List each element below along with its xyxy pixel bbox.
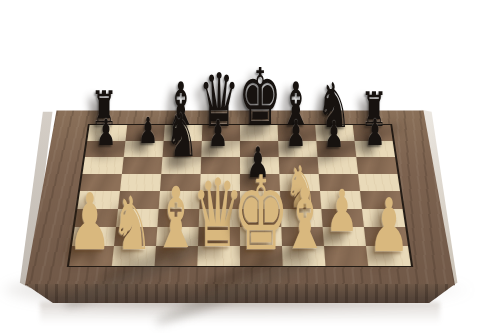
black-pawn-h7[interactable]: ♟	[365, 115, 385, 151]
white-king-e1[interactable]: ♚	[233, 163, 290, 265]
white-pawn-g2[interactable]: ♟	[326, 182, 358, 240]
white-pawn-a1[interactable]: ♟	[68, 183, 111, 261]
table-reflection	[40, 302, 440, 324]
square-h6[interactable]	[356, 157, 397, 174]
black-pawn-a7[interactable]: ♟	[96, 115, 116, 151]
black-pawn-f7[interactable]: ♟	[286, 116, 306, 152]
product-photo-scene: ♜♝♛♚♝♞♜♟♟♟♟♟♟♞♟♞♟♟♞♝♛♚♝♟	[0, 0, 500, 333]
black-knight-c6[interactable]: ♞	[165, 105, 198, 165]
square-g1[interactable]	[324, 246, 368, 266]
white-pawn-h1[interactable]: ♟	[368, 188, 409, 262]
black-pawn-b7[interactable]: ♟	[138, 113, 158, 149]
black-king-e8[interactable]: ♚	[238, 58, 281, 136]
white-knight-b1[interactable]: ♞	[111, 186, 152, 260]
square-a6[interactable]	[83, 157, 124, 174]
black-pawn-d7[interactable]: ♟	[208, 116, 228, 152]
black-pawn-g7[interactable]: ♟	[324, 117, 344, 153]
